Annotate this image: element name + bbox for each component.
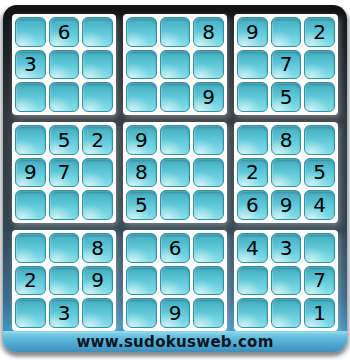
cell-r5c3[interactable] (82, 158, 113, 188)
cell-r5c6[interactable] (193, 158, 224, 188)
cell-r6c8[interactable]: 9 (271, 190, 302, 220)
cell-r3c6[interactable]: 9 (193, 82, 224, 112)
cell-r8c4[interactable] (126, 266, 157, 296)
cell-r7c6[interactable] (193, 233, 224, 263)
cell-r2c8[interactable]: 7 (271, 50, 302, 80)
cell-r2c4[interactable] (126, 50, 157, 80)
cell-r5c5[interactable] (160, 158, 191, 188)
cell-r1c3[interactable] (82, 17, 113, 47)
cell-r3c9[interactable] (304, 82, 335, 112)
cell-r6c1[interactable] (15, 190, 46, 220)
cell-r3c2[interactable] (49, 82, 80, 112)
page-background: 6389927552979858256948293694371 www.sudo… (0, 0, 350, 360)
sudoku-grid: 6389927552979858256948293694371 (3, 5, 347, 331)
cell-r2c9[interactable] (304, 50, 335, 80)
cell-r9c2[interactable]: 3 (49, 298, 80, 328)
cell-r6c3[interactable] (82, 190, 113, 220)
cell-r8c3[interactable]: 9 (82, 266, 113, 296)
cell-r6c9[interactable]: 4 (304, 190, 335, 220)
cell-r3c4[interactable] (126, 82, 157, 112)
cell-r8c6[interactable] (193, 266, 224, 296)
cell-r7c2[interactable] (49, 233, 80, 263)
cell-r5c8[interactable] (271, 158, 302, 188)
cell-r5c1[interactable]: 9 (15, 158, 46, 188)
cell-r8c1[interactable]: 2 (15, 266, 46, 296)
cell-r6c7[interactable]: 6 (237, 190, 268, 220)
cell-r9c3[interactable] (82, 298, 113, 328)
website-link[interactable]: www.sudokusweb.com (76, 333, 273, 351)
cell-r1c6[interactable]: 8 (193, 17, 224, 47)
cell-r4c4[interactable]: 9 (126, 125, 157, 155)
cell-r1c1[interactable] (15, 17, 46, 47)
cell-r6c4[interactable]: 5 (126, 190, 157, 220)
cell-r4c7[interactable] (237, 125, 268, 155)
cell-r9c9[interactable]: 1 (304, 298, 335, 328)
cell-r2c7[interactable] (237, 50, 268, 80)
cell-r7c8[interactable]: 3 (271, 233, 302, 263)
cell-r1c9[interactable]: 2 (304, 17, 335, 47)
cell-r4c5[interactable] (160, 125, 191, 155)
cell-r2c1[interactable]: 3 (15, 50, 46, 80)
cell-r7c4[interactable] (126, 233, 157, 263)
cell-r9c8[interactable] (271, 298, 302, 328)
cell-r7c1[interactable] (15, 233, 46, 263)
footer-bar: www.sudokusweb.com (3, 331, 347, 352)
cell-r5c7[interactable]: 2 (237, 158, 268, 188)
cell-r5c4[interactable]: 8 (126, 158, 157, 188)
cell-r9c5[interactable]: 9 (160, 298, 191, 328)
cell-r1c7[interactable]: 9 (237, 17, 268, 47)
cell-r4c2[interactable]: 5 (49, 125, 80, 155)
cell-r9c7[interactable] (237, 298, 268, 328)
cell-r2c5[interactable] (160, 50, 191, 80)
box-r0c1: 89 (123, 14, 227, 115)
cell-r4c1[interactable] (15, 125, 46, 155)
box-r0c2: 9275 (234, 14, 338, 115)
cell-r8c5[interactable] (160, 266, 191, 296)
cell-r8c9[interactable]: 7 (304, 266, 335, 296)
box-r2c0: 8293 (12, 230, 116, 331)
sudoku-board: 6389927552979858256948293694371 www.sudo… (3, 5, 347, 352)
cell-r7c3[interactable]: 8 (82, 233, 113, 263)
cell-r9c4[interactable] (126, 298, 157, 328)
box-r1c0: 5297 (12, 122, 116, 223)
box-r2c1: 69 (123, 230, 227, 331)
cell-r3c1[interactable] (15, 82, 46, 112)
cell-r1c8[interactable] (271, 17, 302, 47)
cell-r5c9[interactable]: 5 (304, 158, 335, 188)
cell-r2c6[interactable] (193, 50, 224, 80)
cell-r4c6[interactable] (193, 125, 224, 155)
cell-r7c7[interactable]: 4 (237, 233, 268, 263)
cell-r7c5[interactable]: 6 (160, 233, 191, 263)
cell-r2c3[interactable] (82, 50, 113, 80)
cell-r4c3[interactable]: 2 (82, 125, 113, 155)
cell-r9c1[interactable] (15, 298, 46, 328)
cell-r3c5[interactable] (160, 82, 191, 112)
cell-r6c2[interactable] (49, 190, 80, 220)
cell-r8c8[interactable] (271, 266, 302, 296)
box-r2c2: 4371 (234, 230, 338, 331)
cell-r5c2[interactable]: 7 (49, 158, 80, 188)
cell-r8c7[interactable] (237, 266, 268, 296)
box-r0c0: 63 (12, 14, 116, 115)
box-r1c1: 985 (123, 122, 227, 223)
cell-r2c2[interactable] (49, 50, 80, 80)
cell-r1c4[interactable] (126, 17, 157, 47)
cell-r4c8[interactable]: 8 (271, 125, 302, 155)
cell-r3c8[interactable]: 5 (271, 82, 302, 112)
cell-r6c5[interactable] (160, 190, 191, 220)
cell-r1c5[interactable] (160, 17, 191, 47)
cell-r7c9[interactable] (304, 233, 335, 263)
cell-r3c7[interactable] (237, 82, 268, 112)
cell-r4c9[interactable] (304, 125, 335, 155)
cell-r9c6[interactable] (193, 298, 224, 328)
cell-r1c2[interactable]: 6 (49, 17, 80, 47)
cell-r3c3[interactable] (82, 82, 113, 112)
cell-r6c6[interactable] (193, 190, 224, 220)
box-r1c2: 825694 (234, 122, 338, 223)
cell-r8c2[interactable] (49, 266, 80, 296)
